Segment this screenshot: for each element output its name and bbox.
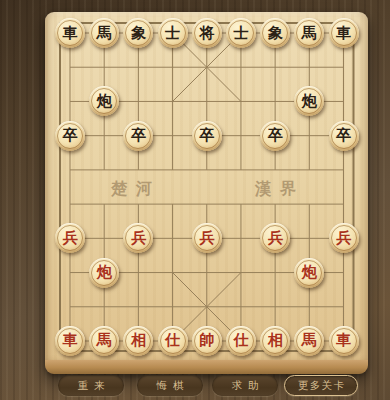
piece-character: 炮 bbox=[97, 94, 112, 109]
piece-black-chariot[interactable]: 車 bbox=[55, 18, 85, 48]
piece-character: 卒 bbox=[63, 128, 78, 143]
piece-character: 将 bbox=[199, 26, 214, 41]
piece-character: 象 bbox=[268, 26, 283, 41]
piece-character: 馬 bbox=[302, 333, 317, 348]
piece-black-general[interactable]: 将 bbox=[192, 18, 222, 48]
xiangqi-board: 楚河 漢界 車馬象士将士象馬車炮炮卒卒卒卒卒兵兵兵兵兵炮炮車馬相仕帥仕相馬車 bbox=[45, 12, 368, 374]
piece-red-horse[interactable]: 馬 bbox=[89, 326, 119, 356]
piece-red-soldier[interactable]: 兵 bbox=[192, 223, 222, 253]
piece-character: 卒 bbox=[336, 128, 351, 143]
help-button[interactable]: 求助 bbox=[212, 375, 278, 396]
river-label-chu-he: 楚河 bbox=[111, 179, 161, 200]
piece-character: 馬 bbox=[97, 333, 112, 348]
piece-character: 車 bbox=[336, 26, 351, 41]
piece-red-advisor[interactable]: 仕 bbox=[226, 326, 256, 356]
piece-character: 馬 bbox=[97, 26, 112, 41]
piece-black-horse[interactable]: 馬 bbox=[89, 18, 119, 48]
piece-black-advisor[interactable]: 士 bbox=[158, 18, 188, 48]
piece-character: 卒 bbox=[199, 128, 214, 143]
piece-black-advisor[interactable]: 士 bbox=[226, 18, 256, 48]
piece-black-chariot[interactable]: 車 bbox=[329, 18, 359, 48]
river-label-han-jie: 漢界 bbox=[255, 179, 305, 200]
more-levels-button[interactable]: 更多关卡 bbox=[284, 375, 358, 396]
piece-red-soldier[interactable]: 兵 bbox=[329, 223, 359, 253]
piece-character: 兵 bbox=[199, 231, 214, 246]
piece-character: 兵 bbox=[336, 231, 351, 246]
piece-black-elephant[interactable]: 象 bbox=[260, 18, 290, 48]
piece-character: 兵 bbox=[131, 231, 146, 246]
piece-red-cannon[interactable]: 炮 bbox=[89, 258, 119, 288]
piece-character: 士 bbox=[233, 26, 248, 41]
board-face: 楚河 漢界 車馬象士将士象馬車炮炮卒卒卒卒卒兵兵兵兵兵炮炮車馬相仕帥仕相馬車 bbox=[45, 12, 368, 360]
piece-character: 馬 bbox=[302, 26, 317, 41]
piece-character: 炮 bbox=[302, 265, 317, 280]
piece-character: 兵 bbox=[63, 231, 78, 246]
piece-red-general[interactable]: 帥 bbox=[192, 326, 222, 356]
board-grid-lines bbox=[45, 12, 368, 360]
piece-red-advisor[interactable]: 仕 bbox=[158, 326, 188, 356]
piece-character: 炮 bbox=[302, 94, 317, 109]
piece-character: 仕 bbox=[165, 333, 180, 348]
piece-character: 帥 bbox=[199, 333, 214, 348]
piece-red-cannon[interactable]: 炮 bbox=[294, 258, 324, 288]
piece-black-soldier[interactable]: 卒 bbox=[260, 121, 290, 151]
piece-black-soldier[interactable]: 卒 bbox=[55, 121, 85, 151]
piece-character: 象 bbox=[131, 26, 146, 41]
piece-character: 車 bbox=[63, 26, 78, 41]
piece-character: 兵 bbox=[268, 231, 283, 246]
piece-black-soldier[interactable]: 卒 bbox=[192, 121, 222, 151]
piece-character: 車 bbox=[63, 333, 78, 348]
piece-character: 車 bbox=[336, 333, 351, 348]
piece-black-soldier[interactable]: 卒 bbox=[329, 121, 359, 151]
piece-character: 士 bbox=[165, 26, 180, 41]
piece-character: 卒 bbox=[131, 128, 146, 143]
piece-red-chariot[interactable]: 車 bbox=[329, 326, 359, 356]
piece-character: 相 bbox=[268, 333, 283, 348]
piece-character: 仕 bbox=[233, 333, 248, 348]
piece-red-elephant[interactable]: 相 bbox=[260, 326, 290, 356]
piece-character: 卒 bbox=[268, 128, 283, 143]
piece-character: 炮 bbox=[97, 265, 112, 280]
board-front-edge bbox=[45, 360, 368, 374]
piece-black-soldier[interactable]: 卒 bbox=[123, 121, 153, 151]
restart-button[interactable]: 重来 bbox=[58, 375, 124, 396]
piece-red-chariot[interactable]: 車 bbox=[55, 326, 85, 356]
undo-move-button[interactable]: 悔棋 bbox=[137, 375, 203, 396]
piece-character: 相 bbox=[131, 333, 146, 348]
